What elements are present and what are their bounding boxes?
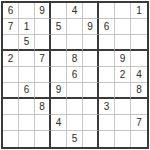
cell-r3c3[interactable] <box>35 35 51 51</box>
cell-r5c4[interactable] <box>51 67 67 83</box>
cell-r8c9[interactable]: 7 <box>131 115 147 131</box>
cell-r8c2[interactable] <box>19 115 35 131</box>
cell-r7c6[interactable] <box>83 99 99 115</box>
cell-r5c1[interactable] <box>3 67 19 83</box>
sudoku-board: 6941715965278962469883475 <box>1 1 149 149</box>
cell-r6c1[interactable] <box>3 83 19 99</box>
cell-r2c6[interactable]: 9 <box>83 19 99 35</box>
cell-r6c3[interactable] <box>35 83 51 99</box>
cell-r3c1[interactable] <box>3 35 19 51</box>
cell-r6c9[interactable]: 8 <box>131 83 147 99</box>
cell-r1c6[interactable] <box>83 3 99 19</box>
cell-r8c7[interactable] <box>99 115 115 131</box>
cell-r9c5[interactable]: 5 <box>67 131 83 147</box>
cell-r6c5[interactable] <box>67 83 83 99</box>
cell-r9c2[interactable] <box>19 131 35 147</box>
cell-r9c7[interactable] <box>99 131 115 147</box>
cell-r2c5[interactable] <box>67 19 83 35</box>
cell-r7c8[interactable] <box>115 99 131 115</box>
cell-r9c6[interactable] <box>83 131 99 147</box>
cell-r5c5[interactable]: 6 <box>67 67 83 83</box>
cell-r7c7[interactable]: 3 <box>99 99 115 115</box>
cell-r4c9[interactable] <box>131 51 147 67</box>
cell-r7c4[interactable] <box>51 99 67 115</box>
cell-r4c4[interactable] <box>51 51 67 67</box>
cell-r1c7[interactable] <box>99 3 115 19</box>
cell-r5c9[interactable]: 4 <box>131 67 147 83</box>
cell-r5c6[interactable] <box>83 67 99 83</box>
cell-r3c5[interactable] <box>67 35 83 51</box>
cell-r5c8[interactable]: 2 <box>115 67 131 83</box>
cell-r8c5[interactable] <box>67 115 83 131</box>
cell-r3c7[interactable] <box>99 35 115 51</box>
cell-r2c8[interactable] <box>115 19 131 35</box>
cell-r1c1[interactable]: 6 <box>3 3 19 19</box>
cell-r2c3[interactable] <box>35 19 51 35</box>
cell-r9c9[interactable] <box>131 131 147 147</box>
cell-r7c3[interactable]: 8 <box>35 99 51 115</box>
cell-r2c7[interactable]: 6 <box>99 19 115 35</box>
cell-r3c9[interactable] <box>131 35 147 51</box>
cell-r1c5[interactable]: 4 <box>67 3 83 19</box>
cell-r6c6[interactable] <box>83 83 99 99</box>
sudoku-page: 6941715965278962469883475 <box>0 0 150 150</box>
cell-r4c3[interactable]: 7 <box>35 51 51 67</box>
cell-r3c6[interactable] <box>83 35 99 51</box>
cell-r8c6[interactable] <box>83 115 99 131</box>
cell-r7c2[interactable] <box>19 99 35 115</box>
cell-r4c7[interactable] <box>99 51 115 67</box>
cell-r5c7[interactable] <box>99 67 115 83</box>
cell-r3c8[interactable] <box>115 35 131 51</box>
cell-r8c4[interactable]: 4 <box>51 115 67 131</box>
cell-r9c4[interactable] <box>51 131 67 147</box>
cell-r4c2[interactable] <box>19 51 35 67</box>
cell-r1c4[interactable] <box>51 3 67 19</box>
cell-r4c6[interactable] <box>83 51 99 67</box>
cell-r7c5[interactable] <box>67 99 83 115</box>
cell-r7c9[interactable] <box>131 99 147 115</box>
cell-r1c2[interactable] <box>19 3 35 19</box>
cell-r3c4[interactable] <box>51 35 67 51</box>
cell-r1c9[interactable]: 1 <box>131 3 147 19</box>
cell-r7c1[interactable] <box>3 99 19 115</box>
cell-r2c4[interactable]: 5 <box>51 19 67 35</box>
cell-r4c1[interactable]: 2 <box>3 51 19 67</box>
cell-r5c2[interactable] <box>19 67 35 83</box>
cell-r9c1[interactable] <box>3 131 19 147</box>
cell-r3c2[interactable]: 5 <box>19 35 35 51</box>
cell-r9c8[interactable] <box>115 131 131 147</box>
cell-r6c2[interactable]: 6 <box>19 83 35 99</box>
cell-r1c8[interactable] <box>115 3 131 19</box>
cell-r5c3[interactable] <box>35 67 51 83</box>
cell-r1c3[interactable]: 9 <box>35 3 51 19</box>
cell-r6c7[interactable] <box>99 83 115 99</box>
cell-r2c2[interactable]: 1 <box>19 19 35 35</box>
cell-r8c8[interactable] <box>115 115 131 131</box>
cell-r2c9[interactable] <box>131 19 147 35</box>
cell-r6c8[interactable] <box>115 83 131 99</box>
cell-r9c3[interactable] <box>35 131 51 147</box>
cell-r2c1[interactable]: 7 <box>3 19 19 35</box>
cell-r4c5[interactable]: 8 <box>67 51 83 67</box>
cell-r8c3[interactable] <box>35 115 51 131</box>
cell-r8c1[interactable] <box>3 115 19 131</box>
cell-r6c4[interactable]: 9 <box>51 83 67 99</box>
cell-r4c8[interactable]: 9 <box>115 51 131 67</box>
